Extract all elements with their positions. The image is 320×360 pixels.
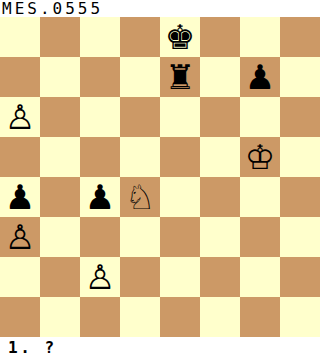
- square-e5[interactable]: [160, 137, 200, 177]
- square-c5[interactable]: [80, 137, 120, 177]
- square-b4[interactable]: [40, 177, 80, 217]
- square-h8[interactable]: [280, 17, 320, 57]
- black-pawn-c4: ♟: [85, 177, 115, 217]
- square-e8[interactable]: ♚: [160, 17, 200, 57]
- square-a4[interactable]: ♟: [0, 177, 40, 217]
- square-a6[interactable]: ♙: [0, 97, 40, 137]
- black-king-e8: ♚: [165, 17, 195, 57]
- black-pawn-g7: ♟: [245, 57, 275, 97]
- square-c6[interactable]: [80, 97, 120, 137]
- square-g8[interactable]: [240, 17, 280, 57]
- square-d5[interactable]: [120, 137, 160, 177]
- square-d4[interactable]: ♘: [120, 177, 160, 217]
- square-d8[interactable]: [120, 17, 160, 57]
- square-d7[interactable]: [120, 57, 160, 97]
- square-f8[interactable]: [200, 17, 240, 57]
- white-king-g5: ♔: [245, 137, 275, 177]
- square-b2[interactable]: [40, 257, 80, 297]
- square-g6[interactable]: [240, 97, 280, 137]
- move-prompt: 1. ?: [0, 337, 320, 360]
- square-b5[interactable]: [40, 137, 80, 177]
- diagram-title: MES.0555: [0, 0, 320, 17]
- square-b3[interactable]: [40, 217, 80, 257]
- square-f3[interactable]: [200, 217, 240, 257]
- square-g7[interactable]: ♟: [240, 57, 280, 97]
- square-g2[interactable]: [240, 257, 280, 297]
- square-h5[interactable]: [280, 137, 320, 177]
- square-f6[interactable]: [200, 97, 240, 137]
- white-pawn-c2: ♙: [85, 257, 115, 297]
- square-c4[interactable]: ♟: [80, 177, 120, 217]
- square-f2[interactable]: [200, 257, 240, 297]
- chess-diagram-window: MES.0555 ♚♜♟♙♔♟♟♘♙♙ 1. ?: [0, 0, 320, 360]
- square-b7[interactable]: [40, 57, 80, 97]
- square-a5[interactable]: [0, 137, 40, 177]
- square-c1[interactable]: [80, 297, 120, 337]
- square-d1[interactable]: [120, 297, 160, 337]
- square-f1[interactable]: [200, 297, 240, 337]
- square-g4[interactable]: [240, 177, 280, 217]
- square-g5[interactable]: ♔: [240, 137, 280, 177]
- square-b8[interactable]: [40, 17, 80, 57]
- square-e6[interactable]: [160, 97, 200, 137]
- square-h1[interactable]: [280, 297, 320, 337]
- square-c2[interactable]: ♙: [80, 257, 120, 297]
- chess-board: ♚♜♟♙♔♟♟♘♙♙: [0, 17, 320, 337]
- black-pawn-a4: ♟: [5, 177, 35, 217]
- square-h2[interactable]: [280, 257, 320, 297]
- square-h3[interactable]: [280, 217, 320, 257]
- square-e4[interactable]: [160, 177, 200, 217]
- square-c3[interactable]: [80, 217, 120, 257]
- white-pawn-a3: ♙: [5, 217, 35, 257]
- square-h7[interactable]: [280, 57, 320, 97]
- square-g3[interactable]: [240, 217, 280, 257]
- square-a8[interactable]: [0, 17, 40, 57]
- white-pawn-a6: ♙: [5, 97, 35, 137]
- square-f5[interactable]: [200, 137, 240, 177]
- black-rook-e7: ♜: [165, 57, 195, 97]
- square-h4[interactable]: [280, 177, 320, 217]
- square-d6[interactable]: [120, 97, 160, 137]
- square-f7[interactable]: [200, 57, 240, 97]
- square-e3[interactable]: [160, 217, 200, 257]
- square-e2[interactable]: [160, 257, 200, 297]
- square-a2[interactable]: [0, 257, 40, 297]
- square-c8[interactable]: [80, 17, 120, 57]
- square-e1[interactable]: [160, 297, 200, 337]
- square-a7[interactable]: [0, 57, 40, 97]
- square-c7[interactable]: [80, 57, 120, 97]
- square-h6[interactable]: [280, 97, 320, 137]
- square-d2[interactable]: [120, 257, 160, 297]
- square-a1[interactable]: [0, 297, 40, 337]
- square-b1[interactable]: [40, 297, 80, 337]
- square-a3[interactable]: ♙: [0, 217, 40, 257]
- white-knight-d4: ♘: [125, 177, 155, 217]
- square-e7[interactable]: ♜: [160, 57, 200, 97]
- square-d3[interactable]: [120, 217, 160, 257]
- square-b6[interactable]: [40, 97, 80, 137]
- square-g1[interactable]: [240, 297, 280, 337]
- square-f4[interactable]: [200, 177, 240, 217]
